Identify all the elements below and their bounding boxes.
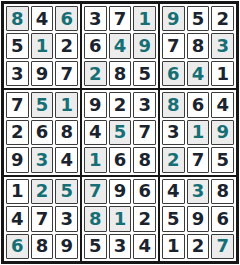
cell-r4c6[interactable]: 3 xyxy=(133,92,156,117)
cell-r2c7[interactable]: 7 xyxy=(162,33,185,58)
cell-r9c4[interactable]: 5 xyxy=(84,234,107,259)
cell-r2c4[interactable]: 6 xyxy=(84,33,107,58)
cell-r5c5[interactable]: 5 xyxy=(109,120,132,145)
cell-r9c5[interactable]: 3 xyxy=(109,234,132,259)
cell-r1c1[interactable]: 8 xyxy=(6,6,29,31)
sudoku-box-1: 846512397 xyxy=(4,4,80,88)
cell-r2c1[interactable]: 5 xyxy=(6,33,29,58)
cell-r4c9[interactable]: 4 xyxy=(211,92,234,117)
cell-r2c3[interactable]: 2 xyxy=(55,33,78,58)
cell-r7c6[interactable]: 6 xyxy=(133,179,156,204)
cell-r1c9[interactable]: 2 xyxy=(211,6,234,31)
cell-r6c4[interactable]: 1 xyxy=(84,147,107,172)
cell-r8c7[interactable]: 5 xyxy=(162,206,185,231)
cell-r2c2[interactable]: 1 xyxy=(31,33,54,58)
cell-r4c4[interactable]: 9 xyxy=(84,92,107,117)
cell-r8c4[interactable]: 8 xyxy=(84,206,107,231)
cell-r5c3[interactable]: 8 xyxy=(55,120,78,145)
cell-r3c5[interactable]: 8 xyxy=(109,61,132,86)
cell-r9c8[interactable]: 2 xyxy=(187,234,210,259)
cell-r4c3[interactable]: 1 xyxy=(55,92,78,117)
cell-r4c7[interactable]: 8 xyxy=(162,92,185,117)
cell-r7c1[interactable]: 1 xyxy=(6,179,29,204)
cell-r5c7[interactable]: 3 xyxy=(162,120,185,145)
cell-r9c2[interactable]: 8 xyxy=(31,234,54,259)
sudoku-box-5: 923457168 xyxy=(82,90,158,174)
cell-r5c4[interactable]: 4 xyxy=(84,120,107,145)
cell-r6c5[interactable]: 6 xyxy=(109,147,132,172)
cell-r8c1[interactable]: 4 xyxy=(6,206,29,231)
cell-r3c7[interactable]: 6 xyxy=(162,61,185,86)
cell-r6c7[interactable]: 2 xyxy=(162,147,185,172)
cell-r9c7[interactable]: 1 xyxy=(162,234,185,259)
cell-r1c8[interactable]: 5 xyxy=(187,6,210,31)
sudoku-box-4: 751268934 xyxy=(4,90,80,174)
sudoku-box-6: 864319275 xyxy=(160,90,236,174)
sudoku-box-3: 952783641 xyxy=(160,4,236,88)
cell-r8c2[interactable]: 7 xyxy=(31,206,54,231)
cell-r9c1[interactable]: 6 xyxy=(6,234,29,259)
cell-r7c8[interactable]: 3 xyxy=(187,179,210,204)
cell-r8c3[interactable]: 3 xyxy=(55,206,78,231)
cell-r6c1[interactable]: 9 xyxy=(6,147,29,172)
cell-r5c9[interactable]: 9 xyxy=(211,120,234,145)
cell-r9c6[interactable]: 4 xyxy=(133,234,156,259)
cell-r1c6[interactable]: 1 xyxy=(133,6,156,31)
cell-r1c2[interactable]: 4 xyxy=(31,6,54,31)
cell-r6c2[interactable]: 3 xyxy=(31,147,54,172)
cell-r2c6[interactable]: 9 xyxy=(133,33,156,58)
cell-r5c6[interactable]: 7 xyxy=(133,120,156,145)
cell-r9c9[interactable]: 7 xyxy=(211,234,234,259)
cell-r7c7[interactable]: 4 xyxy=(162,179,185,204)
cell-r8c6[interactable]: 2 xyxy=(133,206,156,231)
cell-r3c1[interactable]: 3 xyxy=(6,61,29,86)
cell-r7c2[interactable]: 2 xyxy=(31,179,54,204)
cell-r2c9[interactable]: 3 xyxy=(211,33,234,58)
sudoku-board: 8465123973716492859527836417512689349234… xyxy=(1,1,239,264)
cell-r7c3[interactable]: 5 xyxy=(55,179,78,204)
cell-r6c6[interactable]: 8 xyxy=(133,147,156,172)
cell-r6c3[interactable]: 4 xyxy=(55,147,78,172)
cell-r3c2[interactable]: 9 xyxy=(31,61,54,86)
cell-r3c6[interactable]: 5 xyxy=(133,61,156,86)
cell-r7c9[interactable]: 8 xyxy=(211,179,234,204)
cell-r3c8[interactable]: 4 xyxy=(187,61,210,86)
cell-r4c1[interactable]: 7 xyxy=(6,92,29,117)
cell-r3c3[interactable]: 7 xyxy=(55,61,78,86)
sudoku-box-8: 796812534 xyxy=(82,177,158,261)
cell-r3c9[interactable]: 1 xyxy=(211,61,234,86)
cell-r2c5[interactable]: 4 xyxy=(109,33,132,58)
cell-r9c3[interactable]: 9 xyxy=(55,234,78,259)
cell-r6c8[interactable]: 7 xyxy=(187,147,210,172)
cell-r1c7[interactable]: 9 xyxy=(162,6,185,31)
cell-r8c5[interactable]: 1 xyxy=(109,206,132,231)
cell-r5c8[interactable]: 1 xyxy=(187,120,210,145)
cell-r3c4[interactable]: 2 xyxy=(84,61,107,86)
cell-r1c3[interactable]: 6 xyxy=(55,6,78,31)
cell-r4c2[interactable]: 5 xyxy=(31,92,54,117)
cell-r1c4[interactable]: 3 xyxy=(84,6,107,31)
cell-r5c1[interactable]: 2 xyxy=(6,120,29,145)
cell-r2c8[interactable]: 8 xyxy=(187,33,210,58)
sudoku-box-7: 125473689 xyxy=(4,177,80,261)
cell-r1c5[interactable]: 7 xyxy=(109,6,132,31)
cell-r8c9[interactable]: 6 xyxy=(211,206,234,231)
cell-r4c8[interactable]: 6 xyxy=(187,92,210,117)
cell-r7c4[interactable]: 7 xyxy=(84,179,107,204)
cell-r8c8[interactable]: 9 xyxy=(187,206,210,231)
cell-r5c2[interactable]: 6 xyxy=(31,120,54,145)
sudoku-box-9: 438596127 xyxy=(160,177,236,261)
cell-r4c5[interactable]: 2 xyxy=(109,92,132,117)
sudoku-box-2: 371649285 xyxy=(82,4,158,88)
cell-r6c9[interactable]: 5 xyxy=(211,147,234,172)
cell-r7c5[interactable]: 9 xyxy=(109,179,132,204)
